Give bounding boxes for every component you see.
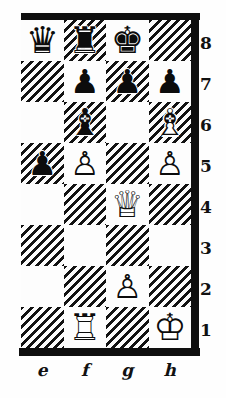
piece-glyph: ♗ <box>153 104 186 141</box>
square-h4[interactable] <box>149 184 192 225</box>
piece-glyph: ♙ <box>112 270 142 303</box>
square-h3[interactable] <box>149 225 192 266</box>
square-e5[interactable]: ♟ <box>21 143 64 184</box>
rank-label-5: 5 <box>200 145 218 186</box>
rank-label-4: 4 <box>200 186 218 227</box>
black-queen[interactable]: ♛ <box>21 20 64 61</box>
square-g4[interactable]: ♛♕ <box>106 184 149 225</box>
piece-glyph: ♟ <box>70 65 100 98</box>
white-queen[interactable]: ♛♕ <box>106 184 149 225</box>
file-label-g: g <box>106 358 149 382</box>
piece-glyph: ♔ <box>153 309 186 346</box>
square-h1[interactable]: ♚♔ <box>149 307 192 348</box>
white-king[interactable]: ♚♔ <box>149 307 192 348</box>
piece-glyph: ♙ <box>155 147 185 180</box>
square-e2[interactable] <box>21 266 64 307</box>
rank-label-7: 7 <box>200 63 218 104</box>
board-border-right <box>191 13 199 356</box>
square-h2[interactable] <box>149 266 192 307</box>
square-h5[interactable]: ♟♙ <box>149 143 192 184</box>
square-h6[interactable]: ♝♗ <box>149 102 192 143</box>
rank-label-1: 1 <box>200 309 218 350</box>
piece-glyph: ♟ <box>27 147 57 180</box>
square-e7[interactable] <box>21 61 64 102</box>
square-g5[interactable] <box>106 143 149 184</box>
square-e8[interactable]: ♛ <box>21 20 64 61</box>
rank-coordinates: 87654321 <box>200 20 218 348</box>
board-border-bottom <box>19 348 200 356</box>
rank-label-3: 3 <box>200 227 218 268</box>
white-bishop[interactable]: ♝♗ <box>149 102 192 143</box>
square-g8[interactable]: ♚ <box>106 20 149 61</box>
file-coordinates: efgh <box>21 358 191 382</box>
white-rook[interactable]: ♜♖ <box>64 307 107 348</box>
square-f6[interactable]: ♝ <box>64 102 107 143</box>
square-e4[interactable] <box>21 184 64 225</box>
white-pawn[interactable]: ♟♙ <box>149 143 192 184</box>
piece-glyph: ♚ <box>111 22 144 59</box>
square-g1[interactable] <box>106 307 149 348</box>
black-pawn[interactable]: ♟ <box>106 61 149 102</box>
square-f4[interactable] <box>64 184 107 225</box>
rank-label-2: 2 <box>200 268 218 309</box>
black-king[interactable]: ♚ <box>106 20 149 61</box>
black-pawn[interactable]: ♟ <box>21 143 64 184</box>
piece-glyph: ♝ <box>68 104 101 141</box>
square-g3[interactable] <box>106 225 149 266</box>
piece-glyph: ♟ <box>112 65 142 98</box>
piece-glyph: ♖ <box>68 309 101 346</box>
square-g2[interactable]: ♟♙ <box>106 266 149 307</box>
chess-board: ♛♜♚♟♟♟♝♝♗♟♟♙♟♙♛♕♟♙♜♖♚♔ <box>21 20 191 348</box>
piece-glyph: ♛ <box>26 22 59 59</box>
square-g7[interactable]: ♟ <box>106 61 149 102</box>
square-f8[interactable]: ♜ <box>64 20 107 61</box>
square-f1[interactable]: ♜♖ <box>64 307 107 348</box>
square-h7[interactable]: ♟ <box>149 61 192 102</box>
square-f2[interactable] <box>64 266 107 307</box>
piece-glyph: ♜ <box>68 22 101 59</box>
black-pawn[interactable]: ♟ <box>149 61 192 102</box>
square-f3[interactable] <box>64 225 107 266</box>
rank-label-6: 6 <box>200 104 218 145</box>
square-h8[interactable] <box>149 20 192 61</box>
file-label-h: h <box>149 358 192 382</box>
piece-glyph: ♟ <box>155 65 185 98</box>
file-label-e: e <box>21 358 64 382</box>
square-e1[interactable] <box>21 307 64 348</box>
chess-diagram: ♛♜♚♟♟♟♝♝♗♟♟♙♟♙♛♕♟♙♜♖♚♔ 87654321 efgh <box>0 0 226 398</box>
rank-label-8: 8 <box>200 22 218 63</box>
white-pawn[interactable]: ♟♙ <box>64 143 107 184</box>
black-bishop[interactable]: ♝ <box>64 102 107 143</box>
piece-glyph: ♕ <box>111 186 144 223</box>
square-f7[interactable]: ♟ <box>64 61 107 102</box>
black-rook[interactable]: ♜ <box>64 20 107 61</box>
white-pawn[interactable]: ♟♙ <box>106 266 149 307</box>
piece-glyph: ♙ <box>70 147 100 180</box>
square-e6[interactable] <box>21 102 64 143</box>
black-pawn[interactable]: ♟ <box>64 61 107 102</box>
square-g6[interactable] <box>106 102 149 143</box>
file-label-f: f <box>64 358 107 382</box>
square-e3[interactable] <box>21 225 64 266</box>
square-f5[interactable]: ♟♙ <box>64 143 107 184</box>
